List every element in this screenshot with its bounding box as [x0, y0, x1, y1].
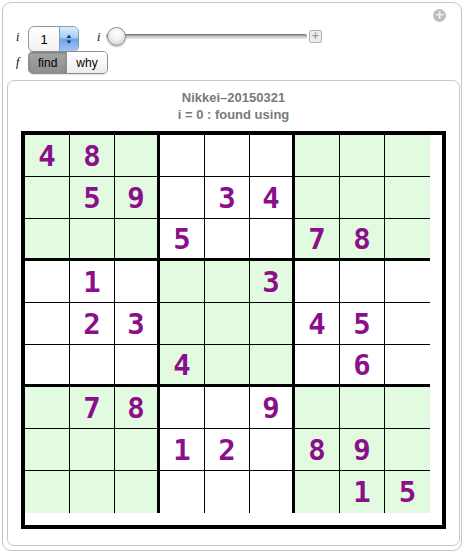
status-line: i = 0 : found using	[8, 106, 459, 123]
cell-r8c3	[115, 429, 160, 471]
cell-r9c4	[160, 471, 205, 513]
cell-r9c6	[250, 471, 295, 513]
cell-r6c5	[205, 345, 250, 387]
cell-r2c1	[25, 177, 70, 219]
cell-r2c7	[295, 177, 340, 219]
cell-r3c2	[70, 219, 115, 261]
sudoku-board: 48593457813234546789128915	[21, 131, 446, 529]
cell-r7c5	[205, 387, 250, 429]
cell-r8c1	[25, 429, 70, 471]
cell-r8c7: 8	[295, 429, 340, 471]
cell-r4c1	[25, 261, 70, 303]
popup-value: 1	[29, 32, 59, 47]
cell-r5c6	[250, 303, 295, 345]
cell-r6c1	[25, 345, 70, 387]
cell-r5c3: 3	[115, 303, 160, 345]
cell-r8c9	[385, 429, 430, 471]
cell-r3c5	[205, 219, 250, 261]
cell-r9c5	[205, 471, 250, 513]
popup-stepper-icon[interactable]: ▲ ▼	[59, 27, 78, 51]
cell-r7c9	[385, 387, 430, 429]
cell-r2c3: 9	[115, 177, 160, 219]
cell-r5c1	[25, 303, 70, 345]
cell-r2c8	[340, 177, 385, 219]
cell-r8c8: 9	[340, 429, 385, 471]
cell-r5c2: 2	[70, 303, 115, 345]
cell-r9c2	[70, 471, 115, 513]
cell-r8c4: 1	[160, 429, 205, 471]
cell-r1c5	[205, 135, 250, 177]
find-button[interactable]: find	[29, 52, 66, 73]
cell-r7c4	[160, 387, 205, 429]
stepper-down-icon: ▼	[65, 39, 73, 45]
cell-r7c6: 9	[250, 387, 295, 429]
popup-variable-label: i	[16, 30, 19, 45]
cell-r4c8	[340, 261, 385, 303]
slider-input-toggle[interactable]: +	[309, 30, 322, 43]
cell-r2c9	[385, 177, 430, 219]
cell-r4c2: 1	[70, 261, 115, 303]
slider-thumb[interactable]	[107, 27, 126, 46]
cell-r3c4: 5	[160, 219, 205, 261]
cell-r4c4	[160, 261, 205, 303]
manipulate-panel: + i 1 ▲ ▼ i + f find why Nikkei–20150321…	[2, 2, 462, 551]
cell-r5c4	[160, 303, 205, 345]
cell-r2c5: 3	[205, 177, 250, 219]
cell-r1c3	[115, 135, 160, 177]
cell-r8c5: 2	[205, 429, 250, 471]
cell-r3c1	[25, 219, 70, 261]
cell-r1c9	[385, 135, 430, 177]
i-slider-track[interactable]	[106, 34, 307, 39]
cell-r5c7: 4	[295, 303, 340, 345]
cell-r1c6	[250, 135, 295, 177]
plus-circle-icon: +	[434, 8, 444, 22]
why-button[interactable]: why	[66, 52, 106, 73]
cell-r2c4	[160, 177, 205, 219]
cell-r3c8: 8	[340, 219, 385, 261]
cell-r1c8	[340, 135, 385, 177]
cell-r4c3	[115, 261, 160, 303]
cell-r9c8: 1	[340, 471, 385, 513]
cell-r1c1: 4	[25, 135, 70, 177]
cell-r4c7	[295, 261, 340, 303]
cell-r1c2: 8	[70, 135, 115, 177]
cell-r9c3	[115, 471, 160, 513]
cell-r6c7	[295, 345, 340, 387]
cell-r1c4	[160, 135, 205, 177]
cell-r3c7: 7	[295, 219, 340, 261]
plus-square-icon: +	[311, 30, 319, 41]
cell-r6c2	[70, 345, 115, 387]
expand-controls-button[interactable]: +	[433, 9, 446, 22]
cell-r8c6	[250, 429, 295, 471]
cell-r4c6: 3	[250, 261, 295, 303]
cell-r2c2: 5	[70, 177, 115, 219]
cell-r5c9	[385, 303, 430, 345]
cell-r2c6: 4	[250, 177, 295, 219]
cell-r6c3	[115, 345, 160, 387]
f-button-group: find why	[28, 51, 108, 74]
cell-r7c3: 8	[115, 387, 160, 429]
content-frame: Nikkei–20150321 i = 0 : found using 4859…	[7, 80, 460, 546]
cell-r4c5	[205, 261, 250, 303]
cell-r4c9	[385, 261, 430, 303]
cell-r6c9	[385, 345, 430, 387]
slider-variable-label: i	[97, 30, 100, 45]
setter-variable-label: f	[16, 55, 19, 70]
cell-r9c1	[25, 471, 70, 513]
cell-r7c8	[340, 387, 385, 429]
cell-r6c4: 4	[160, 345, 205, 387]
cell-r9c7	[295, 471, 340, 513]
cell-r5c8: 5	[340, 303, 385, 345]
i-popup-menu[interactable]: 1 ▲ ▼	[28, 26, 79, 52]
cell-r6c8: 6	[340, 345, 385, 387]
cell-r5c5	[205, 303, 250, 345]
puzzle-title: Nikkei–20150321	[8, 89, 459, 106]
cell-r8c2	[70, 429, 115, 471]
cell-r9c9: 5	[385, 471, 430, 513]
cell-r7c7	[295, 387, 340, 429]
cell-r6c6	[250, 345, 295, 387]
cell-r3c9	[385, 219, 430, 261]
cell-r7c2: 7	[70, 387, 115, 429]
cell-r3c3	[115, 219, 160, 261]
cell-r3c6	[250, 219, 295, 261]
cell-r1c7	[295, 135, 340, 177]
cell-r7c1	[25, 387, 70, 429]
